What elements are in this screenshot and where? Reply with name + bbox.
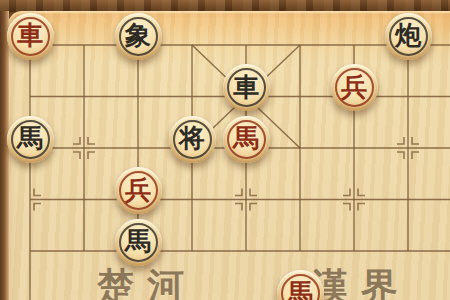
piece-character: 炮 — [395, 22, 421, 48]
piece-character: 車 — [233, 74, 259, 100]
piece-black-elephant[interactable]: 象 — [115, 13, 162, 60]
piece-character: 車 — [17, 22, 43, 48]
piece-red-soldier[interactable]: 兵 — [331, 64, 378, 111]
piece-black-cannon[interactable]: 炮 — [385, 13, 432, 60]
piece-character: 兵 — [125, 177, 151, 203]
piece-red-horse[interactable]: 馬 — [277, 270, 324, 300]
piece-black-horse[interactable]: 馬 — [7, 116, 54, 163]
piece-black-horse[interactable]: 馬 — [115, 219, 162, 266]
piece-character: 馬 — [125, 228, 151, 254]
pieces-layer: 車象炮車兵馬将馬兵馬馬 — [0, 0, 450, 300]
piece-character: 象 — [125, 22, 151, 48]
piece-red-soldier[interactable]: 兵 — [115, 167, 162, 214]
piece-red-horse[interactable]: 馬 — [223, 116, 270, 163]
piece-character: 将 — [179, 125, 205, 151]
piece-character: 馬 — [17, 125, 43, 151]
piece-character: 馬 — [287, 280, 313, 300]
piece-black-chariot[interactable]: 車 — [223, 64, 270, 111]
piece-black-general[interactable]: 将 — [169, 116, 216, 163]
xiangqi-game: 楚河 漢界 車象炮車兵馬将馬兵馬馬 — [0, 0, 450, 300]
piece-character: 兵 — [341, 74, 367, 100]
piece-character: 馬 — [233, 125, 259, 151]
piece-red-chariot[interactable]: 車 — [7, 13, 54, 60]
